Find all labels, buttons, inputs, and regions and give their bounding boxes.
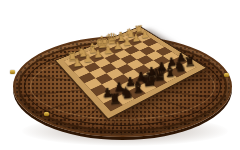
piece-white-pawn: ♟ [93,48,104,60]
piece-white-pawn: ♟ [131,33,141,44]
piece-white-pawn: ♟ [140,29,150,40]
brass-latch-bottom [44,112,49,116]
piece-white-pawn: ♟ [122,37,132,48]
piece-black-rook: ♜ [107,91,122,107]
piece-white-pawn: ♟ [103,44,113,55]
brass-latch-right [224,73,229,77]
piece-white-pawn: ♟ [83,53,94,65]
piece-white-pawn: ♟ [72,57,83,69]
chess-set-photo: ♜♞♝♚♛♝♞♜♟♟♟♟♟♟♟♟♟♟♟♟♟♟♟♟♜♞♝♚♛♝♞♜ [0,0,240,150]
brass-latch-left [10,70,15,74]
piece-white-pawn: ♟ [113,40,123,51]
